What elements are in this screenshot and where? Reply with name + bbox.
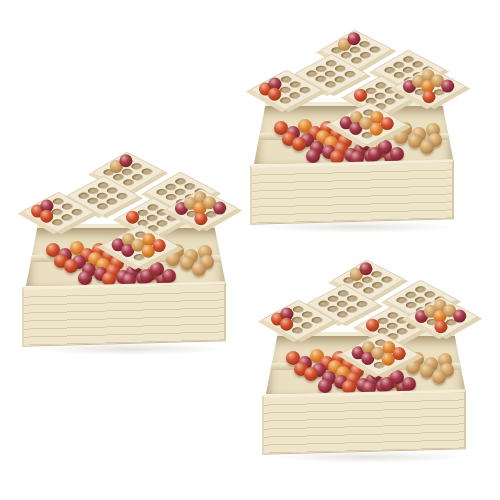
- bead-red: [381, 117, 394, 130]
- game-set-2: [14, 152, 244, 352]
- bead-red: [393, 347, 406, 360]
- tray-bead-red: [292, 137, 306, 151]
- tray-bead-tan: [192, 262, 206, 276]
- tray-bead-tan: [420, 140, 434, 154]
- bead-red: [153, 239, 166, 252]
- tray-bead-maroon: [306, 149, 320, 163]
- box-front-face: [262, 389, 466, 454]
- tray-bead-tan: [432, 370, 446, 384]
- board-hole: [381, 120, 397, 129]
- product-photo: [0, 0, 500, 500]
- tray-bead-red: [64, 259, 78, 273]
- bead-maroon: [441, 80, 454, 93]
- tray-bead-maroon: [390, 147, 404, 161]
- tray-bead-maroon: [78, 271, 92, 285]
- game-set-1: [242, 30, 472, 230]
- tray-bead-maroon: [162, 269, 176, 283]
- tray-bead-red: [304, 367, 318, 381]
- board-hole: [213, 205, 229, 214]
- box-front-face: [22, 281, 226, 346]
- board-hole: [453, 313, 469, 322]
- board-hole: [153, 242, 169, 251]
- game-set-3: [254, 260, 484, 460]
- board-hole: [393, 350, 409, 359]
- tray-bead-maroon: [318, 379, 332, 393]
- box-front-face: [250, 159, 454, 224]
- bead-maroon: [453, 310, 466, 323]
- bead-maroon: [213, 202, 226, 215]
- tray-bead-maroon: [402, 377, 416, 391]
- board-hole: [441, 83, 457, 92]
